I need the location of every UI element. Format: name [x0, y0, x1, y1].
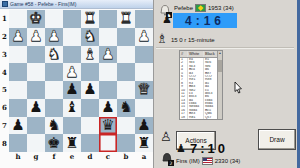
window-edge	[297, 0, 300, 168]
white-player-name: Pefebe	[174, 5, 193, 11]
game-info: 15 0 r 15-minute	[171, 37, 215, 43]
square-f7[interactable]: ♞	[45, 117, 63, 135]
square-a6[interactable]	[135, 99, 153, 117]
square-f5[interactable]	[45, 81, 63, 99]
movelist-header-black: Black	[204, 51, 218, 57]
square-b6[interactable]: ♞	[117, 99, 135, 117]
square-g5[interactable]	[27, 81, 45, 99]
file-label: c	[99, 152, 117, 161]
brazil-flag	[195, 4, 206, 12]
square-e6[interactable]: ♝	[63, 99, 81, 117]
game-panel: ♞ Pefebe 1953 (34) ♟ 4:16 ♗ 15 0 r 15-mi…	[154, 0, 297, 168]
rank-label: 4	[0, 63, 9, 81]
square-d6[interactable]	[81, 99, 99, 117]
square-h3[interactable]	[9, 46, 27, 64]
black-queen: ♛	[101, 118, 114, 133]
window-titlebar: Game #58 - Pefebe - Fins(IM)	[0, 0, 153, 9]
square-b3[interactable]	[117, 46, 135, 64]
white-pawn: ♟	[29, 29, 42, 44]
square-b5[interactable]	[117, 81, 135, 99]
scrollbar-thumb[interactable]	[218, 60, 222, 72]
square-e2[interactable]	[63, 28, 81, 46]
separator	[156, 47, 294, 49]
square-g6[interactable]: ♟	[27, 99, 45, 117]
square-h5[interactable]	[9, 81, 27, 99]
square-c5[interactable]	[99, 81, 117, 99]
black-player-row: Fins (IM) 2330 (34)	[176, 157, 240, 165]
square-h4[interactable]	[9, 63, 27, 81]
square-f3[interactable]: ♞	[45, 46, 63, 64]
rank-label: 6	[0, 99, 9, 117]
black-pawn-icon: ♟	[162, 14, 172, 25]
black-player-rating: 2330 (34)	[215, 158, 241, 164]
square-a5[interactable]: ♛	[135, 81, 153, 99]
rank-label: 3	[0, 46, 9, 64]
square-b7[interactable]	[117, 117, 135, 135]
square-f2[interactable]: ♟	[45, 28, 63, 46]
white-knight: ♞	[47, 47, 60, 62]
rank-label: 1	[0, 10, 9, 28]
square-g2[interactable]: ♟	[27, 28, 45, 46]
black-king: ♚	[47, 136, 60, 151]
black-knight: ♞	[47, 118, 60, 133]
square-e1[interactable]	[63, 10, 81, 28]
square-h2[interactable]: ♟	[9, 28, 27, 46]
square-d7[interactable]	[81, 117, 99, 135]
white-bishop: ♝	[83, 47, 96, 62]
square-d5[interactable]: ♟	[81, 81, 99, 99]
file-label: g	[27, 152, 45, 161]
square-d4[interactable]	[81, 63, 99, 81]
square-b8[interactable]	[117, 134, 135, 152]
square-f4[interactable]	[45, 63, 63, 81]
window-icon	[2, 1, 8, 7]
movelist-header-num: #	[180, 51, 188, 57]
square-a2[interactable]: ♟	[135, 28, 153, 46]
white-knight: ♞	[83, 29, 96, 44]
square-a3[interactable]	[135, 46, 153, 64]
window-title: Game #58 - Pefebe - Fins(IM)	[10, 1, 76, 7]
square-h7[interactable]: ♟	[9, 117, 27, 135]
movelist-scrollbar[interactable]: ▲	[217, 51, 222, 119]
board-grid: 1♚♜♜2♟♟♟♞♟3♞♝♟4♟5♟♟♛6♟♝♟♞7♟♞♛♟8♚♜♜hgfedc…	[0, 10, 153, 161]
square-d8[interactable]	[81, 134, 99, 152]
square-h8[interactable]	[9, 134, 27, 152]
square-h1[interactable]	[9, 10, 27, 28]
movelist-cell: Rb1	[188, 116, 204, 119]
rank-label: 5	[0, 81, 9, 99]
square-e7[interactable]	[63, 117, 81, 135]
movelist-cell: Qc7	[204, 116, 218, 119]
rank-label: 2	[0, 28, 9, 46]
square-c6[interactable]: ♟	[99, 99, 117, 117]
us-flag	[202, 157, 213, 165]
square-g3[interactable]	[27, 46, 45, 64]
white-rook: ♜	[83, 11, 96, 26]
black-pawn: ♟	[65, 82, 78, 97]
square-d3[interactable]: ♝	[81, 46, 99, 64]
white-pawn: ♟	[47, 29, 60, 44]
white-pawn: ♟	[11, 29, 24, 44]
square-a1[interactable]	[135, 10, 153, 28]
movelist-row[interactable]: 18Rb1Qc7	[180, 116, 222, 119]
black-rook: ♜	[65, 136, 78, 151]
square-a8[interactable]: ♜	[135, 134, 153, 152]
white-bishop-icon: ♗	[156, 32, 168, 45]
square-e3[interactable]	[63, 46, 81, 64]
square-b1[interactable]: ♜	[117, 10, 135, 28]
black-player-name: Fins (IM)	[176, 158, 200, 164]
square-d2[interactable]: ♞	[81, 28, 99, 46]
white-queen: ♛	[137, 82, 150, 97]
black-knight: ♞	[119, 100, 132, 115]
file-label: a	[135, 152, 153, 161]
black-bishop: ♝	[65, 100, 78, 115]
count-badge: 2	[168, 160, 174, 166]
black-pawn: ♟	[11, 118, 24, 133]
square-c2[interactable]	[99, 28, 117, 46]
square-b4[interactable]	[117, 63, 135, 81]
file-label: e	[63, 152, 81, 161]
square-c3[interactable]: ♟	[99, 46, 117, 64]
board-window: Game #58 - Pefebe - Fins(IM) 1♚♜♜2♟♟♟♞♟3…	[0, 0, 154, 168]
square-e5[interactable]: ♟	[63, 81, 81, 99]
square-c1[interactable]	[99, 10, 117, 28]
file-label: h	[9, 152, 27, 161]
white-clock: 4:16	[173, 13, 237, 28]
square-g4[interactable]	[27, 63, 45, 81]
file-label: f	[45, 152, 63, 161]
white-player-row: Pefebe 1953 (34)	[174, 4, 234, 12]
square-f1[interactable]	[45, 10, 63, 28]
square-b2[interactable]	[117, 28, 135, 46]
black-pawn: ♟	[137, 118, 150, 133]
white-pawn: ♟	[65, 65, 78, 80]
square-f8[interactable]: ♚	[45, 134, 63, 152]
movelist-body: 1e4e52Nf3Nc63Nc3Nf64Bc4d65d3Be76O-OO-O7R…	[180, 58, 222, 119]
mouse-cursor	[234, 82, 242, 95]
file-label: b	[117, 152, 135, 161]
white-rook: ♜	[119, 11, 132, 26]
square-g1[interactable]: ♚	[27, 10, 45, 28]
square-a7[interactable]: ♟	[135, 117, 153, 135]
movelist-cell: 18	[180, 116, 188, 119]
movelist-header: # White Black	[180, 51, 222, 58]
square-h6[interactable]	[9, 99, 27, 117]
movelist-header-white: White	[188, 51, 204, 57]
square-c8[interactable]	[99, 134, 117, 152]
file-label: d	[81, 152, 99, 161]
white-pawn: ♟	[101, 47, 114, 62]
black-pawn-icon: ♟	[176, 143, 186, 154]
square-a4[interactable]	[135, 63, 153, 81]
square-d1[interactable]: ♜	[81, 10, 99, 28]
square-c4[interactable]	[99, 63, 117, 81]
rank-label: 7	[0, 117, 9, 135]
draw-button[interactable]: Draw	[258, 129, 296, 150]
rank-label: 8	[0, 134, 9, 152]
black-rook: ♜	[137, 136, 150, 151]
bell-knight-2-icon: 2	[160, 152, 174, 166]
square-e4[interactable]: ♟	[63, 63, 81, 81]
white-player-rating: 1953 (34)	[208, 5, 234, 11]
white-pawn-icon: ♙	[160, 130, 172, 143]
square-c7[interactable]: ♛	[99, 117, 117, 135]
black-pawn: ♟	[101, 100, 114, 115]
white-king: ♚	[29, 11, 42, 26]
black-pawn: ♟	[83, 82, 96, 97]
black-clock: 7:10	[190, 141, 228, 156]
square-e8[interactable]: ♜	[63, 134, 81, 152]
move-list[interactable]: # White Black 1e4e52Nf3Nc63Nc3Nf64Bc4d65…	[179, 50, 223, 120]
black-pawn: ♟	[29, 100, 42, 115]
white-pawn: ♟	[137, 29, 150, 44]
square-g8[interactable]	[27, 134, 45, 152]
square-g7[interactable]	[27, 117, 45, 135]
square-f6[interactable]	[45, 99, 63, 117]
board-corner	[0, 152, 9, 161]
